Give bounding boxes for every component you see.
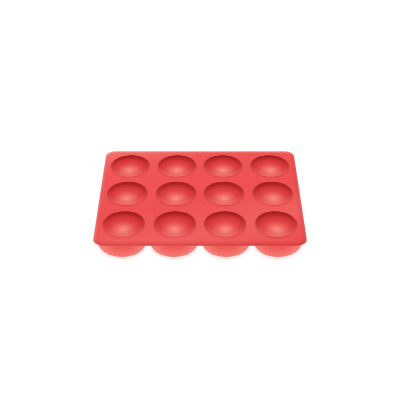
tray-cell: [148, 208, 200, 240]
muffin-cup: [204, 182, 245, 205]
tray-cell: [249, 208, 303, 240]
muffin-cup: [155, 182, 196, 205]
muffin-cup: [250, 155, 291, 176]
tray-cell: [101, 179, 153, 208]
tray-cell: [247, 179, 299, 208]
tray-cell: [245, 153, 294, 180]
muffin-tray-wrap: [100, 115, 300, 275]
tray-cell: [151, 179, 200, 208]
muffin-cup: [106, 182, 149, 205]
muffin-cup: [204, 155, 243, 176]
tray-cell: [105, 153, 154, 180]
muffin-cup: [157, 155, 196, 176]
tray-cell: [96, 208, 150, 240]
tray-cell: [153, 153, 200, 180]
muffin-cup: [252, 182, 295, 205]
muffin-cup: [204, 211, 247, 237]
tray-cell: [200, 179, 249, 208]
muffin-cup: [101, 211, 146, 237]
muffin-cup: [254, 211, 299, 237]
muffin-cup: [153, 211, 196, 237]
tray-cell: [200, 153, 247, 180]
muffin-cup: [110, 155, 151, 176]
tray-cell: [200, 208, 252, 240]
muffin-tray: [92, 151, 307, 246]
product-photo: [0, 0, 400, 400]
